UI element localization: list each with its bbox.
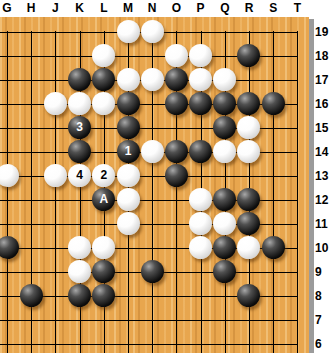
point-Q6[interactable]	[213, 331, 237, 353]
point-O11[interactable]	[164, 211, 188, 235]
point-L12[interactable]: A	[92, 187, 116, 211]
black-stone-M14[interactable]: 1	[117, 140, 140, 163]
row-label-16: 16	[315, 95, 332, 113]
point-T10[interactable]	[285, 235, 309, 259]
point-K9[interactable]	[68, 259, 92, 283]
row-label-19: 19	[315, 23, 332, 41]
black-stone-K8[interactable]	[68, 284, 91, 307]
point-J7[interactable]	[43, 307, 67, 331]
row-label-17: 17	[315, 71, 332, 89]
point-G15[interactable]	[0, 115, 19, 139]
point-J14[interactable]	[43, 139, 67, 163]
point-K14[interactable]	[68, 139, 92, 163]
black-stone-K17[interactable]	[68, 68, 91, 91]
point-R19[interactable]	[237, 19, 261, 43]
point-H14[interactable]	[19, 139, 43, 163]
point-K16[interactable]	[68, 91, 92, 115]
point-M11[interactable]	[116, 211, 140, 235]
point-H11[interactable]	[19, 211, 43, 235]
white-stone-L16[interactable]	[92, 92, 115, 115]
point-M12[interactable]	[116, 187, 140, 211]
point-Q13[interactable]	[213, 163, 237, 187]
point-H19[interactable]	[19, 19, 43, 43]
point-L6[interactable]	[92, 331, 116, 353]
point-K18[interactable]	[68, 43, 92, 67]
point-R8[interactable]	[237, 283, 261, 307]
point-L16[interactable]	[92, 91, 116, 115]
white-stone-Q11[interactable]	[213, 212, 236, 235]
black-stone-L17[interactable]	[92, 68, 115, 91]
point-O19[interactable]	[164, 19, 188, 43]
black-stone-Q15[interactable]	[213, 116, 236, 139]
point-N11[interactable]	[140, 211, 164, 235]
col-label-K: K	[70, 1, 90, 15]
point-P19[interactable]	[189, 19, 213, 43]
point-G12[interactable]	[0, 187, 19, 211]
point-P15[interactable]	[189, 115, 213, 139]
black-stone-K15[interactable]: 3	[68, 116, 91, 139]
white-stone-O18[interactable]	[165, 44, 188, 67]
point-P13[interactable]	[189, 163, 213, 187]
point-O7[interactable]	[164, 307, 188, 331]
row-label-15: 15	[315, 119, 332, 137]
point-T14[interactable]	[285, 139, 309, 163]
white-stone-R14[interactable]	[237, 140, 260, 163]
point-J6[interactable]	[43, 331, 67, 353]
point-Q7[interactable]	[213, 307, 237, 331]
point-G11[interactable]	[0, 211, 19, 235]
black-stone-Q16[interactable]	[213, 92, 236, 115]
move-label-K13: 4	[68, 164, 91, 187]
black-stone-S10[interactable]	[262, 236, 285, 259]
point-K6[interactable]	[68, 331, 92, 353]
point-M6[interactable]	[116, 331, 140, 353]
point-N18[interactable]	[140, 43, 164, 67]
black-stone-L9[interactable]	[92, 260, 115, 283]
point-G7[interactable]	[0, 307, 19, 331]
point-S7[interactable]	[261, 307, 285, 331]
point-H7[interactable]	[19, 307, 43, 331]
row-label-12: 12	[315, 191, 332, 209]
point-N6[interactable]	[140, 331, 164, 353]
point-O18[interactable]	[164, 43, 188, 67]
col-label-L: L	[94, 1, 114, 15]
point-Q11[interactable]	[213, 211, 237, 235]
white-stone-P11[interactable]	[189, 212, 212, 235]
col-label-P: P	[191, 1, 211, 15]
point-R16[interactable]	[237, 91, 261, 115]
black-stone-H8[interactable]	[20, 284, 43, 307]
white-stone-N17[interactable]	[141, 68, 164, 91]
point-M19[interactable]	[116, 19, 140, 43]
point-T8[interactable]	[285, 283, 309, 307]
point-L9[interactable]	[92, 259, 116, 283]
point-J8[interactable]	[43, 283, 67, 307]
point-Q16[interactable]	[213, 91, 237, 115]
row-label-11: 11	[315, 215, 332, 233]
point-Q15[interactable]	[213, 115, 237, 139]
point-R13[interactable]	[237, 163, 261, 187]
point-R14[interactable]	[237, 139, 261, 163]
col-label-N: N	[142, 1, 162, 15]
black-stone-Q9[interactable]	[213, 260, 236, 283]
point-J13[interactable]	[43, 163, 67, 187]
point-Q14[interactable]	[213, 139, 237, 163]
white-stone-L13[interactable]: 2	[92, 164, 115, 187]
white-stone-J13[interactable]	[44, 164, 67, 187]
point-M15[interactable]	[116, 115, 140, 139]
point-N15[interactable]	[140, 115, 164, 139]
point-T15[interactable]	[285, 115, 309, 139]
white-stone-L18[interactable]	[92, 44, 115, 67]
point-H10[interactable]	[19, 235, 43, 259]
white-stone-L10[interactable]	[92, 236, 115, 259]
white-stone-N19[interactable]	[141, 20, 164, 43]
black-stone-R11[interactable]	[237, 212, 260, 235]
point-O14[interactable]	[164, 139, 188, 163]
point-S9[interactable]	[261, 259, 285, 283]
point-N19[interactable]	[140, 19, 164, 43]
point-T16[interactable]	[285, 91, 309, 115]
black-stone-Q10[interactable]	[213, 236, 236, 259]
white-stone-G13[interactable]	[0, 164, 19, 187]
point-S17[interactable]	[261, 67, 285, 91]
point-T18[interactable]	[285, 43, 309, 67]
point-S15[interactable]	[261, 115, 285, 139]
point-S10[interactable]	[261, 235, 285, 259]
col-label-H: H	[21, 1, 41, 15]
point-L11[interactable]	[92, 211, 116, 235]
point-S14[interactable]	[261, 139, 285, 163]
point-L10[interactable]	[92, 235, 116, 259]
point-S6[interactable]	[261, 331, 285, 353]
point-L15[interactable]	[92, 115, 116, 139]
point-M18[interactable]	[116, 43, 140, 67]
point-Q12[interactable]	[213, 187, 237, 211]
point-G14[interactable]	[0, 139, 19, 163]
white-stone-K9[interactable]	[68, 260, 91, 283]
black-stone-P16[interactable]	[189, 92, 212, 115]
board-grid[interactable]: 3142A	[0, 19, 309, 353]
white-stone-P12[interactable]	[189, 188, 212, 211]
point-T6[interactable]	[285, 331, 309, 353]
point-Q18[interactable]	[213, 43, 237, 67]
black-stone-M16[interactable]	[117, 92, 140, 115]
black-stone-K14[interactable]	[68, 140, 91, 163]
point-R12[interactable]	[237, 187, 261, 211]
point-M10[interactable]	[116, 235, 140, 259]
move-label-M14: 1	[117, 140, 140, 163]
point-N17[interactable]	[140, 67, 164, 91]
point-L13[interactable]: 2	[92, 163, 116, 187]
point-T9[interactable]	[285, 259, 309, 283]
point-N14[interactable]	[140, 139, 164, 163]
point-N8[interactable]	[140, 283, 164, 307]
board-edge-shadow	[309, 19, 314, 353]
move-label-L13: 2	[92, 164, 115, 187]
point-O9[interactable]	[164, 259, 188, 283]
white-stone-M11[interactable]	[117, 212, 140, 235]
point-S12[interactable]	[261, 187, 285, 211]
point-P7[interactable]	[189, 307, 213, 331]
point-R6[interactable]	[237, 331, 261, 353]
point-Q10[interactable]	[213, 235, 237, 259]
point-N12[interactable]	[140, 187, 164, 211]
point-H8[interactable]	[19, 283, 43, 307]
black-stone-R12[interactable]	[237, 188, 260, 211]
point-L8[interactable]	[92, 283, 116, 307]
point-K7[interactable]	[68, 307, 92, 331]
point-G17[interactable]	[0, 67, 19, 91]
point-O15[interactable]	[164, 115, 188, 139]
point-R15[interactable]	[237, 115, 261, 139]
white-stone-P10[interactable]	[189, 236, 212, 259]
point-H12[interactable]	[19, 187, 43, 211]
point-R17[interactable]	[237, 67, 261, 91]
point-N16[interactable]	[140, 91, 164, 115]
point-Q9[interactable]	[213, 259, 237, 283]
point-P10[interactable]	[189, 235, 213, 259]
col-label-O: O	[166, 1, 186, 15]
black-stone-O13[interactable]	[165, 164, 188, 187]
black-stone-P14[interactable]	[189, 140, 212, 163]
point-P6[interactable]	[189, 331, 213, 353]
point-K19[interactable]	[68, 19, 92, 43]
black-stone-Q12[interactable]	[213, 188, 236, 211]
row-label-14: 14	[315, 143, 332, 161]
point-K11[interactable]	[68, 211, 92, 235]
point-G16[interactable]	[0, 91, 19, 115]
point-T19[interactable]	[285, 19, 309, 43]
point-O13[interactable]	[164, 163, 188, 187]
black-stone-R16[interactable]	[237, 92, 260, 115]
move-label-L12: A	[92, 188, 115, 211]
point-J17[interactable]	[43, 67, 67, 91]
col-label-T: T	[287, 1, 307, 15]
point-P16[interactable]	[189, 91, 213, 115]
point-G19[interactable]	[0, 19, 19, 43]
point-N10[interactable]	[140, 235, 164, 259]
point-H13[interactable]	[19, 163, 43, 187]
white-stone-K10[interactable]	[68, 236, 91, 259]
white-stone-R15[interactable]	[237, 116, 260, 139]
point-M14[interactable]: 1	[116, 139, 140, 163]
point-G6[interactable]	[0, 331, 19, 353]
point-G18[interactable]	[0, 43, 19, 67]
point-S16[interactable]	[261, 91, 285, 115]
point-J15[interactable]	[43, 115, 67, 139]
point-J12[interactable]	[43, 187, 67, 211]
black-stone-G10[interactable]	[0, 236, 19, 259]
white-stone-M13[interactable]	[117, 164, 140, 187]
point-K10[interactable]	[68, 235, 92, 259]
black-stone-R8[interactable]	[237, 284, 260, 307]
black-stone-O14[interactable]	[165, 140, 188, 163]
point-T11[interactable]	[285, 211, 309, 235]
point-S18[interactable]	[261, 43, 285, 67]
white-stone-Q14[interactable]	[213, 140, 236, 163]
black-stone-L12[interactable]: A	[92, 188, 115, 211]
point-S8[interactable]	[261, 283, 285, 307]
col-label-J: J	[45, 1, 65, 15]
point-P12[interactable]	[189, 187, 213, 211]
white-stone-M17[interactable]	[117, 68, 140, 91]
col-label-G: G	[0, 1, 17, 15]
point-P14[interactable]	[189, 139, 213, 163]
point-N7[interactable]	[140, 307, 164, 331]
point-H15[interactable]	[19, 115, 43, 139]
point-N9[interactable]	[140, 259, 164, 283]
point-J9[interactable]	[43, 259, 67, 283]
point-G10[interactable]	[0, 235, 19, 259]
white-stone-K13[interactable]: 4	[68, 164, 91, 187]
point-T17[interactable]	[285, 67, 309, 91]
col-label-R: R	[239, 1, 259, 15]
point-O12[interactable]	[164, 187, 188, 211]
black-stone-R18[interactable]	[237, 44, 260, 67]
white-stone-R10[interactable]	[237, 236, 260, 259]
white-stone-P18[interactable]	[189, 44, 212, 67]
row-label-10: 10	[315, 239, 332, 257]
white-stone-N14[interactable]	[141, 140, 164, 163]
point-Q19[interactable]	[213, 19, 237, 43]
white-stone-P17[interactable]	[189, 68, 212, 91]
go-board-diagram: GHJKLMNOPQRST 191817161514131211109876 3…	[0, 0, 332, 353]
point-K13[interactable]: 4	[68, 163, 92, 187]
point-S13[interactable]	[261, 163, 285, 187]
point-N13[interactable]	[140, 163, 164, 187]
point-K17[interactable]	[68, 67, 92, 91]
white-stone-J16[interactable]	[44, 92, 67, 115]
point-O8[interactable]	[164, 283, 188, 307]
point-L19[interactable]	[92, 19, 116, 43]
point-M13[interactable]	[116, 163, 140, 187]
point-P17[interactable]	[189, 67, 213, 91]
white-stone-M12[interactable]	[117, 188, 140, 211]
point-S19[interactable]	[261, 19, 285, 43]
point-T7[interactable]	[285, 307, 309, 331]
point-L17[interactable]	[92, 67, 116, 91]
row-label-8: 8	[315, 287, 332, 305]
row-label-13: 13	[315, 167, 332, 185]
point-Q8[interactable]	[213, 283, 237, 307]
point-H9[interactable]	[19, 259, 43, 283]
point-J16[interactable]	[43, 91, 67, 115]
point-J11[interactable]	[43, 211, 67, 235]
point-P9[interactable]	[189, 259, 213, 283]
point-M17[interactable]	[116, 67, 140, 91]
point-G8[interactable]	[0, 283, 19, 307]
point-T12[interactable]	[285, 187, 309, 211]
point-K8[interactable]	[68, 283, 92, 307]
point-R9[interactable]	[237, 259, 261, 283]
point-R11[interactable]	[237, 211, 261, 235]
white-stone-Q17[interactable]	[213, 68, 236, 91]
point-R7[interactable]	[237, 307, 261, 331]
point-L7[interactable]	[92, 307, 116, 331]
point-P18[interactable]	[189, 43, 213, 67]
row-label-18: 18	[315, 47, 332, 65]
point-S11[interactable]	[261, 211, 285, 235]
point-O6[interactable]	[164, 331, 188, 353]
move-label-K15: 3	[68, 116, 91, 139]
black-stone-L8[interactable]	[92, 284, 115, 307]
point-M8[interactable]	[116, 283, 140, 307]
black-stone-S16[interactable]	[262, 92, 285, 115]
point-L14[interactable]	[92, 139, 116, 163]
row-label-7: 7	[315, 311, 332, 329]
col-label-Q: Q	[215, 1, 235, 15]
black-stone-O16[interactable]	[165, 92, 188, 115]
point-L18[interactable]	[92, 43, 116, 67]
point-G13[interactable]	[0, 163, 19, 187]
point-P11[interactable]	[189, 211, 213, 235]
point-K15[interactable]: 3	[68, 115, 92, 139]
point-J19[interactable]	[43, 19, 67, 43]
black-stone-N9[interactable]	[141, 260, 164, 283]
point-T13[interactable]	[285, 163, 309, 187]
point-J18[interactable]	[43, 43, 67, 67]
point-H17[interactable]	[19, 67, 43, 91]
point-H16[interactable]	[19, 91, 43, 115]
point-R18[interactable]	[237, 43, 261, 67]
point-Q17[interactable]	[213, 67, 237, 91]
point-M7[interactable]	[116, 307, 140, 331]
point-H6[interactable]	[19, 331, 43, 353]
white-stone-K16[interactable]	[68, 92, 91, 115]
col-label-M: M	[118, 1, 138, 15]
white-stone-M19[interactable]	[117, 20, 140, 43]
point-K12[interactable]	[68, 187, 92, 211]
point-O16[interactable]	[164, 91, 188, 115]
point-P8[interactable]	[189, 283, 213, 307]
point-O17[interactable]	[164, 67, 188, 91]
col-label-S: S	[263, 1, 283, 15]
point-H18[interactable]	[19, 43, 43, 67]
black-stone-O17[interactable]	[165, 68, 188, 91]
black-stone-M15[interactable]	[117, 116, 140, 139]
point-M16[interactable]	[116, 91, 140, 115]
point-R10[interactable]	[237, 235, 261, 259]
point-O10[interactable]	[164, 235, 188, 259]
point-M9[interactable]	[116, 259, 140, 283]
point-G9[interactable]	[0, 259, 19, 283]
row-label-9: 9	[315, 263, 332, 281]
point-J10[interactable]	[43, 235, 67, 259]
row-label-6: 6	[315, 335, 332, 353]
